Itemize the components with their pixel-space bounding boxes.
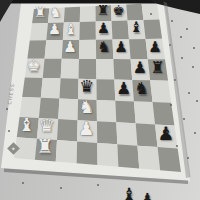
board-bottom-shadow [4,169,188,185]
board-right-shadow [164,2,191,179]
top-right-corner-shadow [150,0,200,14]
photo-artifacts [0,0,200,200]
chess-photo: CHESS ✦ ♜♞♜♚♟♝♟♝♟♞♟♟♚♟♜♛♟♞♞♝♛♟♟♜♝♟ [0,0,200,200]
